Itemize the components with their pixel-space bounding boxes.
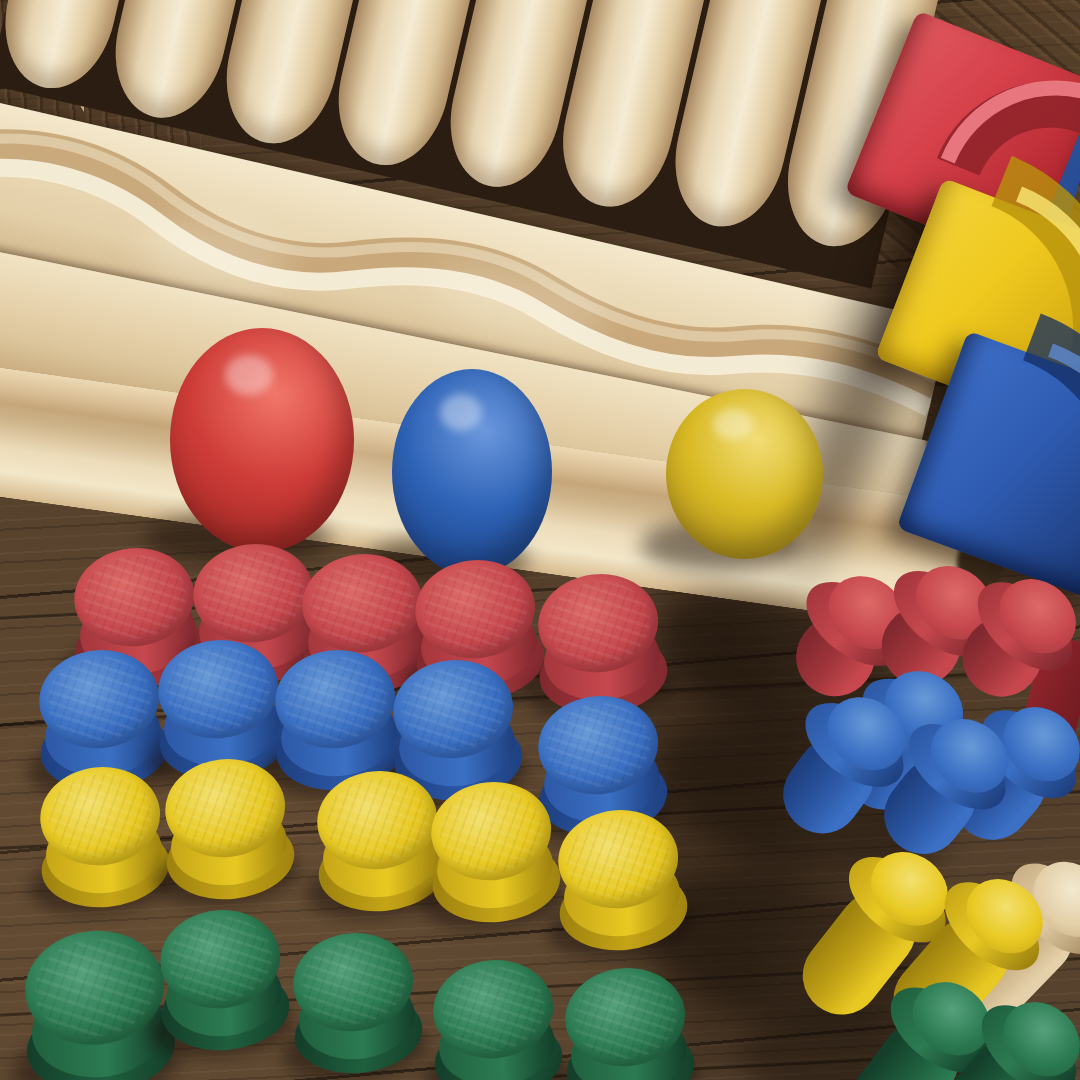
yellow-wooden-ball (666, 389, 823, 559)
yellow-peg (30, 761, 175, 926)
green-peg (150, 904, 295, 1069)
green-peg (555, 962, 700, 1080)
scene (0, 0, 1080, 1080)
yellow-peg (548, 804, 693, 969)
red-wooden-ball (170, 328, 354, 552)
yellow-peg (155, 753, 300, 918)
blue-wooden-ball (392, 369, 552, 575)
yellow-peg (421, 776, 566, 941)
green-peg (423, 954, 568, 1080)
green-peg (283, 927, 428, 1080)
